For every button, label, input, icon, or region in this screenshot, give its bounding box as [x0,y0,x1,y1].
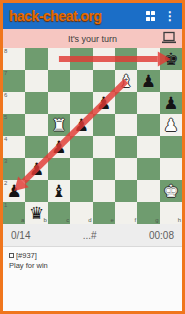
move-counter: 0/14 [11,230,30,241]
watermark-text: hack-cheat.org [9,8,102,24]
square-h1[interactable]: h [160,202,182,224]
square-c1[interactable]: c [48,202,70,224]
square-d4[interactable] [70,136,92,158]
rank-label-7: 7 [4,70,7,77]
square-b5[interactable] [25,114,47,136]
square-b1[interactable]: b♛ [25,202,47,224]
square-f5[interactable] [115,114,137,136]
square-e1[interactable]: e [93,202,115,224]
rank-label-4: 4 [4,136,7,143]
puzzle-task: Play for win [9,261,176,271]
chess-board: 8♚7♝♟6♟♟5♜♟♟4♟3♟2♟♝♚1ab♛cdefgh [3,48,182,224]
piece-white-rook[interactable]: ♜ [48,114,70,136]
square-h5[interactable]: ♟ [160,114,182,136]
file-label-e: e [111,217,114,224]
app-bar: hack-cheat.org ⋮ [3,3,182,29]
square-f2[interactable] [115,180,137,202]
square-b4[interactable] [25,136,47,158]
square-b6[interactable] [25,92,47,114]
square-a1[interactable]: 1a [3,202,25,224]
app-bar-icons: ⋮ [146,11,177,21]
square-d8[interactable] [70,48,92,70]
puzzle-id-line: [#937] [9,251,176,261]
piece-white-bishop[interactable]: ♝ [115,70,137,92]
square-g1[interactable]: g [137,202,159,224]
grid-icon[interactable] [146,11,156,21]
square-f4[interactable] [115,136,137,158]
square-c3[interactable] [48,158,70,180]
turn-banner: It's your turn [3,29,182,48]
square-e5[interactable] [93,114,115,136]
square-a5[interactable]: 5 [3,114,25,136]
square-d3[interactable] [70,158,92,180]
square-b2[interactable] [25,180,47,202]
timer: 00:08 [149,230,174,241]
piece-black-bishop[interactable]: ♝ [48,180,70,202]
square-f1[interactable]: f [115,202,137,224]
piece-black-pawn[interactable]: ♟ [160,92,182,114]
rank-label-5: 5 [4,114,7,121]
square-b8[interactable] [25,48,47,70]
square-c7[interactable] [48,70,70,92]
piece-white-pawn[interactable]: ♟ [160,114,182,136]
app-screen: hack-cheat.org ⋮ It's your turn 8♚7♝♟6♟♟… [0,0,185,314]
piece-black-pawn[interactable]: ♟ [70,114,92,136]
square-h8[interactable]: ♚ [160,48,182,70]
square-g4[interactable] [137,136,159,158]
rank-label-8: 8 [4,48,7,55]
puzzle-goal: ...# [30,230,149,241]
square-e8[interactable] [93,48,115,70]
square-d1[interactable]: d [70,202,92,224]
file-label-f: f [135,217,137,224]
piece-black-pawn[interactable]: ♟ [3,180,25,202]
square-e7[interactable] [93,70,115,92]
square-b7[interactable] [25,70,47,92]
piece-black-pawn[interactable]: ♟ [137,70,159,92]
square-a8[interactable]: 8 [3,48,25,70]
square-a3[interactable]: 3 [3,158,25,180]
square-e3[interactable] [93,158,115,180]
puzzle-info: [#937] Play for win [3,247,182,311]
square-c5[interactable]: ♜ [48,114,70,136]
square-d6[interactable] [70,92,92,114]
square-b3[interactable]: ♟ [25,158,47,180]
square-h3[interactable] [160,158,182,180]
square-e4[interactable] [93,136,115,158]
square-g8[interactable] [137,48,159,70]
file-label-g: g [155,217,158,224]
square-a6[interactable]: 6 [3,92,25,114]
file-label-a: a [21,217,24,224]
square-c8[interactable] [48,48,70,70]
square-f3[interactable] [115,158,137,180]
square-d2[interactable] [70,180,92,202]
piece-black-queen[interactable]: ♛ [25,202,47,224]
square-c6[interactable] [48,92,70,114]
puzzle-id: [#937] [16,251,37,261]
square-f6[interactable] [115,92,137,114]
square-g7[interactable]: ♟ [137,70,159,92]
square-a4[interactable]: 4 [3,136,25,158]
piece-black-pawn[interactable]: ♟ [48,136,70,158]
square-g3[interactable] [137,158,159,180]
piece-black-king[interactable]: ♚ [160,48,182,70]
square-h6[interactable]: ♟ [160,92,182,114]
piece-white-king[interactable]: ♚ [160,180,182,202]
overflow-menu-icon[interactable]: ⋮ [164,11,176,21]
rank-label-3: 3 [4,158,7,165]
square-c4[interactable]: ♟ [48,136,70,158]
file-label-c: c [66,217,69,224]
square-f7[interactable]: ♝ [115,70,137,92]
square-a7[interactable]: 7 [3,70,25,92]
square-h7[interactable] [160,70,182,92]
square-e6[interactable]: ♟ [93,92,115,114]
square-h2[interactable]: ♚ [160,180,182,202]
file-label-d: d [88,217,91,224]
square-d5[interactable]: ♟ [70,114,92,136]
square-f8[interactable] [115,48,137,70]
rank-label-6: 6 [4,92,7,99]
piece-black-pawn[interactable]: ♟ [93,92,115,114]
square-bullet-icon [9,253,14,258]
square-e2[interactable] [93,180,115,202]
piece-black-pawn[interactable]: ♟ [25,158,47,180]
board-wrap: 8♚7♝♟6♟♟5♜♟♟4♟3♟2♟♝♚1ab♛cdefgh [3,48,182,224]
square-h4[interactable] [160,136,182,158]
square-a2[interactable]: 2♟ [3,180,25,202]
rank-label-1: 1 [4,202,7,209]
laptop-icon [161,31,177,45]
square-d7[interactable] [70,70,92,92]
square-g2[interactable] [137,180,159,202]
status-bar: 0/14 ...# 00:08 [3,224,182,247]
square-c2[interactable]: ♝ [48,180,70,202]
square-g5[interactable] [137,114,159,136]
file-label-h: h [178,217,181,224]
turn-banner-text: It's your turn [68,34,117,44]
square-g6[interactable] [137,92,159,114]
